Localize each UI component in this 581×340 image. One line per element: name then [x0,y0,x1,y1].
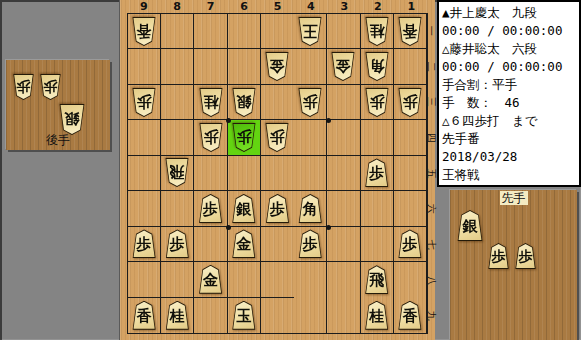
square-2-7[interactable] [361,227,394,262]
piece-歩[interactable]: 歩 [397,88,423,117]
piece-金[interactable]: 金 [198,265,224,294]
square-7-7[interactable] [194,227,227,262]
gote-clock: 00:00 / 00:00:00 [442,58,576,76]
square-8-2[interactable] [161,49,194,84]
piece-玉[interactable]: 玉 [231,301,257,330]
piece-歩[interactable]: 歩 [364,158,390,187]
piece-銀[interactable]: 銀 [456,210,484,241]
square-5-5[interactable] [261,156,294,191]
file-label-9: 9 [127,0,160,13]
gote-hand-tray: 歩歩銀 後手 [6,60,110,150]
square-4-8[interactable] [294,262,327,297]
shogi-app-window: 歩歩銀 後手 987654321 一二三四五六七八九 香王桂香金金角歩桂銀歩歩歩… [0,0,581,340]
piece-金[interactable]: 金 [264,52,290,81]
square-6-2[interactable] [228,49,261,84]
piece-歩[interactable]: 歩 [164,229,190,258]
square-7-3[interactable]: 桂 [194,85,227,120]
square-4-3[interactable]: 歩 [294,85,327,120]
square-8-6[interactable] [161,191,194,226]
piece-香[interactable]: 香 [397,17,423,46]
square-1-1[interactable]: 香 [394,14,427,49]
piece-歩[interactable]: 歩 [364,88,390,117]
square-2-8[interactable]: 飛 [361,262,394,297]
gote-player: △藤井聡太 六段 [442,40,576,58]
piece-歩[interactable]: 歩 [12,74,35,100]
square-8-9[interactable]: 桂 [161,298,194,333]
square-9-9[interactable]: 香 [128,298,161,333]
piece-歩[interactable]: 歩 [231,123,257,152]
piece-金[interactable]: 金 [231,229,257,258]
piece-歩[interactable]: 歩 [198,194,224,223]
square-4-6[interactable]: 角 [294,191,327,226]
square-3-2[interactable]: 金 [327,49,360,84]
square-5-7[interactable] [261,227,294,262]
piece-銀[interactable]: 銀 [231,194,257,223]
piece-桂[interactable]: 桂 [364,17,390,46]
piece-歩[interactable]: 歩 [397,229,423,258]
square-2-1[interactable]: 桂 [361,14,394,49]
file-coordinates: 987654321 [127,0,428,13]
last-move: △６四歩打 まで [442,112,576,130]
piece-歩[interactable]: 歩 [39,74,62,100]
square-7-9[interactable] [194,298,227,333]
file-label-4: 4 [294,0,327,13]
piece-香[interactable]: 香 [131,17,157,46]
square-1-2[interactable] [394,49,427,84]
gote-label: 後手 [6,132,110,149]
square-5-2[interactable]: 金 [261,49,294,84]
piece-銀[interactable]: 銀 [58,104,86,135]
piece-歩[interactable]: 歩 [514,243,537,269]
square-5-4[interactable]: 歩 [261,120,294,155]
square-7-2[interactable] [194,49,227,84]
hoshi-dot [326,118,331,123]
square-3-6[interactable] [327,191,360,226]
square-9-4[interactable] [128,120,161,155]
square-5-6[interactable]: 歩 [261,191,294,226]
square-6-7[interactable]: 金 [228,227,261,262]
handicap: 手合割：平手 [442,76,576,94]
square-2-9[interactable]: 桂 [361,298,394,333]
piece-飛[interactable]: 飛 [164,158,190,187]
square-2-5[interactable]: 歩 [361,156,394,191]
square-2-3[interactable]: 歩 [361,85,394,120]
side-to-move: 先手番 [442,130,576,148]
square-9-6[interactable] [128,191,161,226]
piece-角[interactable]: 角 [297,194,323,223]
piece-歩[interactable]: 歩 [131,88,157,117]
square-9-1[interactable]: 香 [128,14,161,49]
square-8-7[interactable]: 歩 [161,227,194,262]
square-1-7[interactable]: 歩 [394,227,427,262]
square-5-3[interactable] [261,85,294,120]
piece-桂[interactable]: 桂 [164,301,190,330]
game-date: 2018/03/28 [442,148,576,166]
square-1-6[interactable] [394,191,427,226]
square-5-8[interactable] [261,262,294,297]
sente-hand-tray: 先手 銀歩歩 [450,190,577,340]
file-label-2: 2 [361,0,394,13]
hoshi-dot [326,225,331,230]
square-8-3[interactable] [161,85,194,120]
piece-歩[interactable]: 歩 [264,123,290,152]
square-4-9[interactable] [294,298,327,333]
square-2-6[interactable] [361,191,394,226]
square-5-1[interactable] [261,14,294,49]
square-4-4[interactable] [294,120,327,155]
file-label-8: 8 [160,0,193,13]
square-8-5[interactable]: 飛 [161,156,194,191]
sente-clock: 00:00 / 00:00:00 [442,22,576,40]
piece-歩[interactable]: 歩 [131,229,157,258]
piece-香[interactable]: 香 [131,301,157,330]
square-8-4[interactable] [161,120,194,155]
file-label-3: 3 [328,0,361,13]
square-6-9[interactable]: 玉 [228,298,261,333]
square-6-1[interactable] [228,14,261,49]
square-8-8[interactable] [161,262,194,297]
piece-歩[interactable]: 歩 [487,243,510,269]
square-7-6[interactable]: 歩 [194,191,227,226]
square-9-8[interactable] [128,262,161,297]
square-6-8[interactable] [228,262,261,297]
piece-金[interactable]: 金 [330,52,356,81]
square-9-7[interactable]: 歩 [128,227,161,262]
event-name: 王将戦 [442,166,576,184]
square-7-1[interactable] [194,14,227,49]
sente-hand-pieces: 銀歩歩 [450,190,577,340]
piece-桂[interactable]: 桂 [198,88,224,117]
piece-香[interactable]: 香 [397,301,423,330]
square-2-4[interactable] [361,120,394,155]
file-label-6: 6 [227,0,260,13]
square-3-5[interactable] [327,156,360,191]
piece-銀[interactable]: 銀 [231,88,257,117]
piece-飛[interactable]: 飛 [364,265,390,294]
piece-歩[interactable]: 歩 [297,229,323,258]
square-3-8[interactable] [327,262,360,297]
info-panel: ▲井上慶太 九段 00:00 / 00:00:00 △藤井聡太 六段 00:00… [437,0,581,187]
file-label-1: 1 [395,0,428,13]
square-9-2[interactable] [128,49,161,84]
square-1-9[interactable]: 香 [394,298,427,333]
board-grid: 香王桂香金金角歩桂銀歩歩歩歩歩歩飛歩歩銀歩角歩歩金歩歩金飛香桂玉桂香 [127,13,428,334]
square-6-3[interactable]: 銀 [228,85,261,120]
square-6-4[interactable]: 歩 [228,120,261,155]
file-label-7: 7 [194,0,227,13]
square-6-5[interactable] [228,156,261,191]
square-4-5[interactable] [294,156,327,191]
square-4-1[interactable]: 王 [294,14,327,49]
piece-王[interactable]: 王 [297,17,323,46]
square-7-5[interactable] [194,156,227,191]
square-8-1[interactable] [161,14,194,49]
square-4-7[interactable]: 歩 [294,227,327,262]
piece-歩[interactable]: 歩 [198,123,224,152]
square-1-3[interactable]: 歩 [394,85,427,120]
square-7-8[interactable]: 金 [194,262,227,297]
file-label-5: 5 [261,0,294,13]
square-3-4[interactable] [327,120,360,155]
square-1-8[interactable] [394,262,427,297]
square-2-2[interactable]: 角 [361,49,394,84]
square-7-4[interactable]: 歩 [194,120,227,155]
square-9-5[interactable] [128,156,161,191]
square-3-3[interactable] [327,85,360,120]
square-4-2[interactable] [294,49,327,84]
square-9-3[interactable]: 歩 [128,85,161,120]
square-3-9[interactable] [327,298,360,333]
piece-桂[interactable]: 桂 [364,301,390,330]
square-5-9[interactable] [261,298,294,333]
piece-角[interactable]: 角 [364,52,390,81]
shogi-board: 987654321 一二三四五六七八九 香王桂香金金角歩桂銀歩歩歩歩歩歩飛歩歩銀… [120,0,435,340]
square-3-7[interactable] [327,227,360,262]
piece-歩[interactable]: 歩 [297,88,323,117]
square-3-1[interactable] [327,14,360,49]
move-count: 手 数： 46 [442,94,576,112]
sente-player: ▲井上慶太 九段 [442,4,576,22]
square-6-6[interactable]: 銀 [228,191,261,226]
square-1-5[interactable] [394,156,427,191]
piece-歩[interactable]: 歩 [264,194,290,223]
square-1-4[interactable] [394,120,427,155]
